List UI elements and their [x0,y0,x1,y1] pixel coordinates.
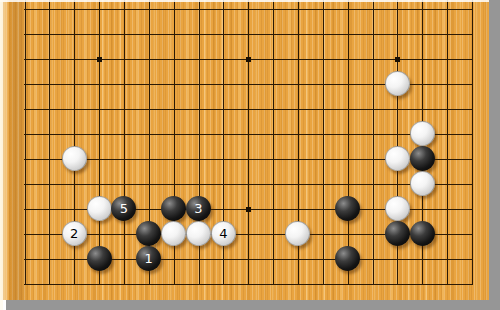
black-stone [335,196,360,221]
white-stone [62,146,87,171]
white-stone [385,71,410,96]
black-stone [161,196,186,221]
frame-bottom-band [6,300,500,310]
white-stone [285,221,310,246]
white-stone [385,196,410,221]
black-stone: 3 [186,196,211,221]
black-stone: 1 [136,246,161,271]
move-number-label: 4 [219,227,227,240]
white-stone: 2 [62,221,87,246]
black-stone: 5 [111,196,136,221]
white-stone: 4 [211,221,236,246]
frame-bevel-top [0,0,489,2]
white-stone [385,146,410,171]
frame-bevel-left [0,0,3,310]
move-number-label: 1 [145,252,153,265]
white-stone [87,196,112,221]
white-stone [186,221,211,246]
go-board-diagram: 53241 [0,0,500,310]
black-stone [335,246,360,271]
white-stone [161,221,186,246]
black-stone [410,146,435,171]
black-stone [136,221,161,246]
black-stone [410,221,435,246]
move-number-label: 5 [120,202,128,215]
white-stone [410,121,435,146]
black-stone [385,221,410,246]
go-board-grid: 53241 [12,0,485,296]
move-number-label: 3 [194,202,202,215]
black-stone [87,246,112,271]
move-number-label: 2 [70,227,78,240]
frame-right-band [489,0,500,310]
white-stone [410,171,435,196]
